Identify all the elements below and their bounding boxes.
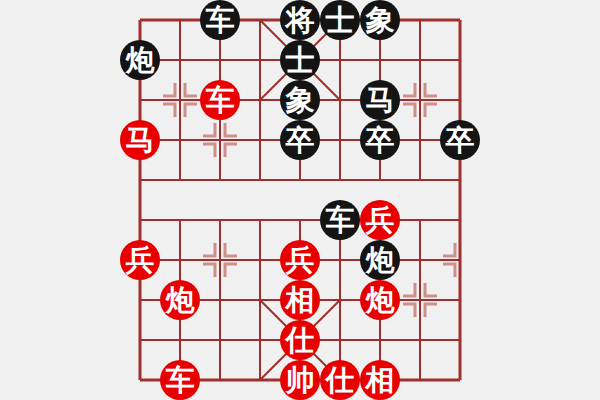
board-point-3-2[interactable] <box>240 80 280 120</box>
board-point-1-0[interactable] <box>160 0 200 40</box>
board-point-5-1[interactable] <box>320 40 360 80</box>
board-point-4-3[interactable]: 卒 <box>280 120 320 160</box>
board-point-5-2[interactable] <box>320 80 360 120</box>
board-point-4-0[interactable]: 将 <box>280 0 320 40</box>
board-points-grid: 车将士象炮士车象马马卒卒卒车兵兵兵炮炮相炮仕车帅仕相 <box>120 0 480 400</box>
board-point-4-6[interactable]: 兵 <box>280 240 320 280</box>
board-point-7-4[interactable] <box>400 160 440 200</box>
board-point-2-9[interactable] <box>200 360 240 400</box>
board-point-7-6[interactable] <box>400 240 440 280</box>
black-cannon[interactable]: 炮 <box>360 240 400 280</box>
board-point-4-7[interactable]: 相 <box>280 280 320 320</box>
board-point-7-0[interactable] <box>400 0 440 40</box>
board-point-1-4[interactable] <box>160 160 200 200</box>
red-elephant[interactable]: 相 <box>280 280 320 320</box>
board-point-0-0[interactable] <box>120 0 160 40</box>
board-point-0-9[interactable] <box>120 360 160 400</box>
board-point-2-8[interactable] <box>200 320 240 360</box>
board-point-1-1[interactable] <box>160 40 200 80</box>
red-advisor[interactable]: 仕 <box>320 360 360 400</box>
red-elephant[interactable]: 相 <box>360 360 400 400</box>
board-point-6-9[interactable]: 相 <box>360 360 400 400</box>
board-point-6-8[interactable] <box>360 320 400 360</box>
black-cannon[interactable]: 炮 <box>120 40 160 80</box>
black-advisor[interactable]: 士 <box>280 40 320 80</box>
board-point-1-2[interactable] <box>160 80 200 120</box>
board-point-4-8[interactable]: 仕 <box>280 320 320 360</box>
board-point-5-5[interactable]: 车 <box>320 200 360 240</box>
board-point-0-7[interactable] <box>120 280 160 320</box>
board-point-4-5[interactable] <box>280 200 320 240</box>
board-point-7-2[interactable] <box>400 80 440 120</box>
board-point-6-2[interactable]: 马 <box>360 80 400 120</box>
red-horse[interactable]: 马 <box>120 120 160 160</box>
board-point-8-0[interactable] <box>440 0 480 40</box>
board-point-3-3[interactable] <box>240 120 280 160</box>
board-point-6-6[interactable]: 炮 <box>360 240 400 280</box>
board-point-5-6[interactable] <box>320 240 360 280</box>
board-point-8-9[interactable] <box>440 360 480 400</box>
board-point-8-8[interactable] <box>440 320 480 360</box>
board-point-8-2[interactable] <box>440 80 480 120</box>
board-point-0-8[interactable] <box>120 320 160 360</box>
red-soldier[interactable]: 兵 <box>280 240 320 280</box>
red-general[interactable]: 帅 <box>280 360 320 400</box>
red-soldier[interactable]: 兵 <box>120 240 160 280</box>
red-cannon[interactable]: 炮 <box>360 280 400 320</box>
board-point-0-4[interactable] <box>120 160 160 200</box>
board-point-1-9[interactable]: 车 <box>160 360 200 400</box>
board-point-8-4[interactable] <box>440 160 480 200</box>
board-point-2-3[interactable] <box>200 120 240 160</box>
board-point-4-9[interactable]: 帅 <box>280 360 320 400</box>
board-point-2-6[interactable] <box>200 240 240 280</box>
board-point-5-8[interactable] <box>320 320 360 360</box>
board-point-5-7[interactable] <box>320 280 360 320</box>
board-point-0-2[interactable] <box>120 80 160 120</box>
board-point-5-9[interactable]: 仕 <box>320 360 360 400</box>
board-point-2-1[interactable] <box>200 40 240 80</box>
board-point-1-8[interactable] <box>160 320 200 360</box>
black-chariot[interactable]: 车 <box>320 200 360 240</box>
board-point-5-4[interactable] <box>320 160 360 200</box>
board-point-6-3[interactable]: 卒 <box>360 120 400 160</box>
black-soldier[interactable]: 卒 <box>440 120 480 160</box>
board-point-0-3[interactable]: 马 <box>120 120 160 160</box>
board-point-0-5[interactable] <box>120 200 160 240</box>
board-point-8-5[interactable] <box>440 200 480 240</box>
board-point-4-1[interactable]: 士 <box>280 40 320 80</box>
black-advisor[interactable]: 士 <box>320 0 360 40</box>
board-point-1-3[interactable] <box>160 120 200 160</box>
board-point-3-9[interactable] <box>240 360 280 400</box>
board-point-2-5[interactable] <box>200 200 240 240</box>
board-point-7-8[interactable] <box>400 320 440 360</box>
board-point-7-1[interactable] <box>400 40 440 80</box>
red-soldier[interactable]: 兵 <box>360 200 400 240</box>
board-point-6-0[interactable]: 象 <box>360 0 400 40</box>
board-point-1-6[interactable] <box>160 240 200 280</box>
black-horse[interactable]: 马 <box>360 80 400 120</box>
board-point-2-0[interactable]: 车 <box>200 0 240 40</box>
board-point-7-7[interactable] <box>400 280 440 320</box>
black-elephant[interactable]: 象 <box>280 80 320 120</box>
board-point-6-5[interactable]: 兵 <box>360 200 400 240</box>
xiangqi-board-screenshot: 车将士象炮士车象马马卒卒卒车兵兵兵炮炮相炮仕车帅仕相 <box>0 0 600 400</box>
black-chariot[interactable]: 车 <box>200 0 240 40</box>
black-elephant[interactable]: 象 <box>360 0 400 40</box>
board-point-5-0[interactable]: 士 <box>320 0 360 40</box>
board-point-6-4[interactable] <box>360 160 400 200</box>
board-point-2-7[interactable] <box>200 280 240 320</box>
board-point-8-3[interactable]: 卒 <box>440 120 480 160</box>
black-soldier[interactable]: 卒 <box>280 120 320 160</box>
board-point-3-8[interactable] <box>240 320 280 360</box>
board-point-1-5[interactable] <box>160 200 200 240</box>
board-point-3-6[interactable] <box>240 240 280 280</box>
board-point-6-1[interactable] <box>360 40 400 80</box>
board-point-4-4[interactable] <box>280 160 320 200</box>
board-point-7-3[interactable] <box>400 120 440 160</box>
board-point-3-1[interactable] <box>240 40 280 80</box>
red-chariot[interactable]: 车 <box>160 360 200 400</box>
board-point-8-6[interactable] <box>440 240 480 280</box>
board-point-8-7[interactable] <box>440 280 480 320</box>
board-point-3-4[interactable] <box>240 160 280 200</box>
board-point-3-5[interactable] <box>240 200 280 240</box>
red-advisor[interactable]: 仕 <box>280 320 320 360</box>
board-point-7-9[interactable] <box>400 360 440 400</box>
board-point-4-2[interactable]: 象 <box>280 80 320 120</box>
red-cannon[interactable]: 炮 <box>160 280 200 320</box>
board-point-0-1[interactable]: 炮 <box>120 40 160 80</box>
board-point-5-3[interactable] <box>320 120 360 160</box>
black-general[interactable]: 将 <box>280 0 320 40</box>
board-point-0-6[interactable]: 兵 <box>120 240 160 280</box>
black-soldier[interactable]: 卒 <box>360 120 400 160</box>
board-point-3-7[interactable] <box>240 280 280 320</box>
board-point-7-5[interactable] <box>400 200 440 240</box>
board-point-6-7[interactable]: 炮 <box>360 280 400 320</box>
board-point-1-7[interactable]: 炮 <box>160 280 200 320</box>
board-point-3-0[interactable] <box>240 0 280 40</box>
red-chariot[interactable]: 车 <box>200 80 240 120</box>
board-point-8-1[interactable] <box>440 40 480 80</box>
board-point-2-4[interactable] <box>200 160 240 200</box>
board-point-2-2[interactable]: 车 <box>200 80 240 120</box>
